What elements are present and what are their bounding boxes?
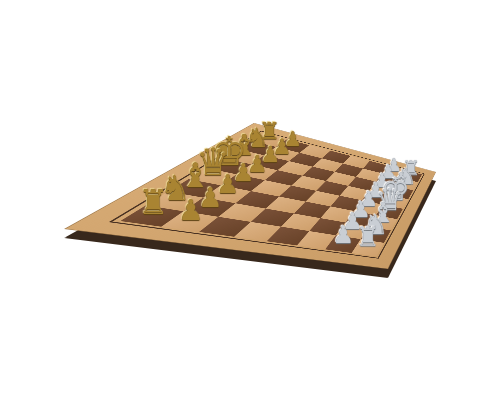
- board-surface: [64, 123, 436, 269]
- photo-scene: ♜♞♝♛♚♝♞♜♟♟♟♟♟♟♟♟♟♟♟♟♟♟♟♟♜♞♝♛♚♝♞♜: [0, 0, 500, 400]
- chess-board: ♜♞♝♛♚♝♞♜♟♟♟♟♟♟♟♟♟♟♟♟♟♟♟♟♜♞♝♛♚♝♞♜: [0, 0, 500, 400]
- board-squares: [120, 133, 422, 256]
